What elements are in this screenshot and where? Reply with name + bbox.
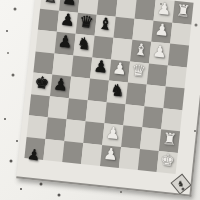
square-g3[interactable] <box>121 125 142 148</box>
piece-bP-d5[interactable]: ♟ <box>93 59 109 76</box>
piece-wP-c2[interactable]: ♟ <box>152 43 168 60</box>
piece-wP-d4[interactable]: ♟ <box>112 61 128 78</box>
square-d6[interactable] <box>71 55 92 78</box>
piece-bP-c7[interactable]: ♟ <box>57 33 73 50</box>
square-g7[interactable] <box>46 117 67 140</box>
chess-board: ♜♟♟♜♟♛♝♟♟♞♝♟♟♟♛♚♟♞♟♜♟♚ ♞ <box>16 0 200 197</box>
square-h4[interactable]: ♟ <box>100 145 121 168</box>
square-d3[interactable]: ♛ <box>128 61 149 84</box>
piece-bB-b5[interactable]: ♝ <box>97 16 113 33</box>
square-c7[interactable]: ♟ <box>55 32 76 55</box>
board-grid: ♜♟♟♜♟♛♝♟♟♞♝♟♟♟♛♚♟♞♟♜♟♚ <box>24 0 193 174</box>
photo-background: ♜♟♟♜♟♛♝♟♟♞♝♟♟♟♛♚♟♞♟♜♟♚ ♞ ♟ <box>0 0 200 200</box>
square-d4[interactable]: ♟ <box>109 59 130 82</box>
piece-wR-a1[interactable]: ♜ <box>175 2 191 19</box>
square-f5[interactable] <box>86 100 107 123</box>
square-e3[interactable] <box>126 82 147 105</box>
square-d1[interactable] <box>166 65 187 88</box>
square-h7[interactable] <box>43 139 64 162</box>
captured-black-pawn: ♟ <box>26 147 41 164</box>
board-logo-emblem: ♞ <box>170 173 191 194</box>
piece-bP-e7[interactable]: ♟ <box>53 76 69 93</box>
piece-wP-b2[interactable]: ♟ <box>154 22 170 39</box>
piece-wQ-d3[interactable]: ♛ <box>131 63 147 80</box>
square-a4[interactable] <box>116 0 137 18</box>
piece-bP-b7[interactable]: ♟ <box>60 12 76 29</box>
square-g1[interactable]: ♜ <box>159 129 180 152</box>
logo-knight-icon: ♞ <box>177 180 185 189</box>
square-c2[interactable]: ♟ <box>149 42 170 65</box>
square-e7[interactable]: ♟ <box>50 74 71 97</box>
square-h1[interactable]: ♚ <box>157 151 178 174</box>
square-b5[interactable]: ♝ <box>95 14 116 37</box>
square-g2[interactable] <box>140 127 161 150</box>
square-b2[interactable]: ♟ <box>151 20 172 43</box>
square-c3[interactable]: ♝ <box>130 40 151 63</box>
square-d7[interactable] <box>52 53 73 76</box>
square-e5[interactable] <box>88 78 109 101</box>
square-c1[interactable] <box>168 44 189 67</box>
square-b8[interactable] <box>38 8 59 31</box>
square-h5[interactable] <box>81 143 102 166</box>
square-a1[interactable]: ♜ <box>172 1 193 24</box>
square-g8[interactable] <box>27 115 48 138</box>
square-a3[interactable] <box>135 0 156 20</box>
square-e6[interactable] <box>69 76 90 99</box>
piece-wP-a2[interactable]: ♟ <box>156 0 172 17</box>
square-b7[interactable]: ♟ <box>57 10 78 33</box>
square-d5[interactable]: ♟ <box>90 57 111 80</box>
piece-bN-c6[interactable]: ♞ <box>76 35 92 52</box>
square-e4[interactable]: ♞ <box>107 80 128 103</box>
square-e1[interactable] <box>163 86 184 109</box>
piece-wP-h4[interactable]: ♟ <box>103 146 119 163</box>
square-f8[interactable] <box>29 94 50 117</box>
square-f3[interactable] <box>123 104 144 127</box>
square-c8[interactable] <box>36 30 57 53</box>
square-g5[interactable] <box>83 121 104 144</box>
square-d8[interactable] <box>33 51 54 74</box>
piece-wB-c3[interactable]: ♝ <box>133 41 149 58</box>
piece-wR-g1[interactable]: ♜ <box>162 131 178 148</box>
square-e2[interactable] <box>145 84 166 107</box>
square-e8[interactable]: ♚ <box>31 72 52 95</box>
square-h2[interactable] <box>138 149 159 172</box>
square-b1[interactable] <box>170 22 191 45</box>
square-c6[interactable]: ♞ <box>73 34 94 57</box>
square-f2[interactable] <box>142 106 163 129</box>
square-f1[interactable] <box>161 108 182 131</box>
square-f6[interactable] <box>67 98 88 121</box>
piece-bQ-b6[interactable]: ♛ <box>78 14 94 31</box>
photo-speckles <box>0 0 2 2</box>
piece-wK-h1[interactable]: ♚ <box>159 152 175 169</box>
piece-bN-e4[interactable]: ♞ <box>109 82 125 99</box>
piece-bP-a7[interactable]: ♟ <box>62 0 78 8</box>
square-g6[interactable] <box>64 119 85 142</box>
square-c4[interactable] <box>111 38 132 61</box>
square-b6[interactable]: ♛ <box>76 12 97 35</box>
piece-wP-g4[interactable]: ♟ <box>105 125 121 142</box>
square-h6[interactable] <box>62 141 83 164</box>
square-c5[interactable] <box>92 36 113 59</box>
square-h3[interactable] <box>119 147 140 170</box>
square-g4[interactable]: ♟ <box>102 123 123 146</box>
piece-bK-e8[interactable]: ♚ <box>34 74 50 91</box>
piece-bR-a8[interactable]: ♜ <box>43 0 59 6</box>
square-b4[interactable] <box>113 16 134 39</box>
square-f7[interactable] <box>48 96 69 119</box>
square-d2[interactable] <box>147 63 168 86</box>
square-b3[interactable] <box>132 18 153 41</box>
square-f4[interactable] <box>104 102 125 125</box>
